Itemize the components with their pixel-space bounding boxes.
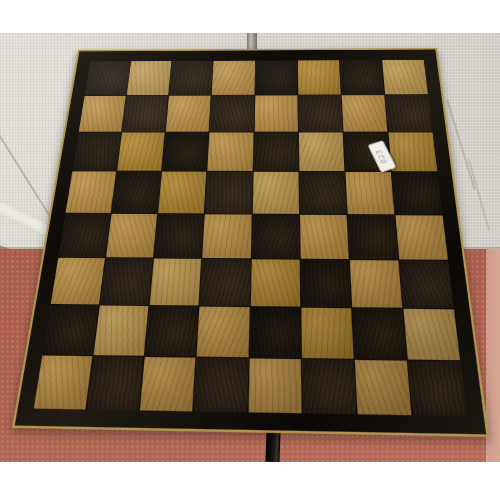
board-square <box>385 95 432 132</box>
board-square <box>197 306 249 357</box>
board-square <box>341 95 387 132</box>
board-square <box>150 258 202 305</box>
board-square <box>51 257 105 304</box>
board-square <box>248 358 301 413</box>
board-square <box>66 172 116 213</box>
board-square <box>249 307 300 358</box>
chessboard-table: 023 <box>12 48 489 437</box>
board-square <box>34 355 93 409</box>
board-square <box>200 259 250 306</box>
board-square <box>302 359 356 414</box>
board-square <box>347 215 398 259</box>
board-square <box>100 258 153 305</box>
board-square <box>352 308 407 359</box>
board-square <box>382 60 428 95</box>
board-square <box>58 213 110 257</box>
board-square <box>299 172 346 213</box>
board-square <box>301 307 353 358</box>
photo-matte-top <box>0 0 500 33</box>
lot-sticker-text: 023 <box>375 148 389 164</box>
board-square <box>298 60 341 94</box>
board-square <box>253 133 298 172</box>
board-square <box>87 356 144 410</box>
board-square <box>72 133 121 171</box>
board-square <box>112 172 161 213</box>
board-square <box>208 133 253 172</box>
board-square <box>408 361 467 417</box>
board-square <box>392 172 443 214</box>
board-square <box>194 358 248 413</box>
board-square <box>162 133 209 171</box>
board-square <box>345 172 394 214</box>
board-square <box>210 96 254 132</box>
board-square <box>117 133 165 171</box>
board-square <box>85 61 131 95</box>
board-square <box>403 309 460 361</box>
board-square <box>399 260 454 308</box>
board-square <box>300 214 349 258</box>
board-square <box>94 305 149 355</box>
board-square <box>158 172 206 213</box>
board-square <box>205 172 252 213</box>
board-square <box>300 259 351 307</box>
board-square <box>299 133 345 172</box>
board-square <box>355 360 412 415</box>
board-square <box>169 61 213 95</box>
board-square <box>250 259 300 306</box>
photo-matte-bottom <box>0 462 500 500</box>
board-square <box>43 305 99 355</box>
board-frame: 023 <box>12 48 489 437</box>
table-pedestal-leg <box>265 430 280 462</box>
board-square <box>140 357 196 412</box>
board-square <box>79 96 126 132</box>
board-square <box>106 213 157 257</box>
board-square <box>340 60 384 95</box>
board-square <box>127 61 172 95</box>
photo: 023 <box>0 0 500 500</box>
board-square <box>254 95 297 131</box>
board-square <box>255 60 297 94</box>
board-square <box>212 61 255 95</box>
board-square <box>203 214 252 258</box>
board-square <box>122 96 168 132</box>
board-square <box>350 260 403 308</box>
board-square <box>154 214 204 258</box>
board-square <box>251 214 299 258</box>
board-square <box>252 172 298 213</box>
board-square <box>166 96 211 132</box>
board-square <box>145 306 199 357</box>
board-surface <box>34 60 467 416</box>
board-square <box>298 95 342 131</box>
board-square <box>395 215 448 260</box>
